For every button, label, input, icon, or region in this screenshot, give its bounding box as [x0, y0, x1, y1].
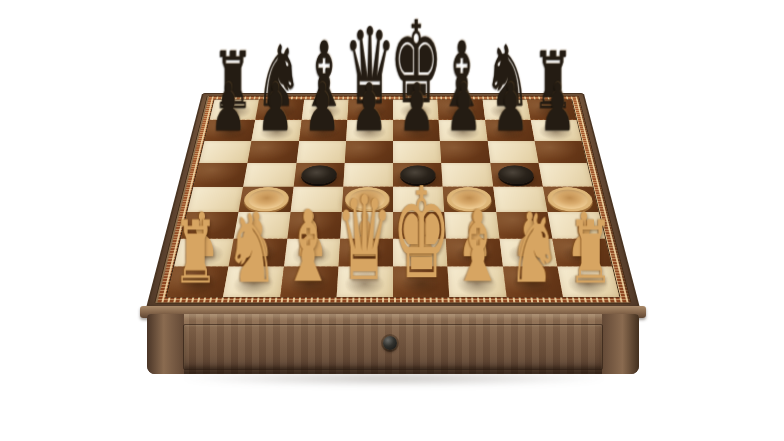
square-h4 — [543, 187, 599, 212]
square-b8: ♞ — [255, 100, 303, 120]
square-e8: ♚ — [393, 100, 439, 120]
square-f7: ♟ — [439, 120, 487, 141]
square-a5 — [193, 163, 247, 187]
piece-shadow — [228, 272, 279, 297]
piece-shadow — [303, 123, 344, 140]
piece-shadow — [397, 243, 443, 266]
square-a3 — [181, 212, 239, 239]
square-g8: ♞ — [482, 100, 530, 120]
square-d7: ♟ — [346, 120, 393, 141]
square-f8: ♝ — [438, 100, 485, 120]
piece-shadow — [397, 123, 437, 140]
square-d8: ♛ — [347, 100, 393, 120]
piece-shadow — [508, 272, 559, 297]
square-h2: ♟ — [552, 238, 612, 266]
square-g2: ♟ — [499, 238, 557, 266]
square-d2: ♟ — [338, 238, 393, 266]
piece-shadow — [284, 272, 333, 297]
board-grid: ♜♞♝♛♚♝♞♜♟♟♟♟♟♟♟♟♟♟♟♟♟♟♟♟♜♞♝♛♚♝♞♜ — [166, 99, 621, 297]
square-c6 — [296, 141, 346, 163]
piece-shadow — [208, 123, 251, 140]
piece-shadow — [341, 272, 389, 297]
dark-checker-disc — [497, 166, 535, 185]
square-b3 — [234, 212, 290, 239]
board-scene: ♜♞♝♛♚♝♞♜♟♟♟♟♟♟♟♟♟♟♟♟♟♟♟♟♜♞♝♛♚♝♞♜ — [146, 93, 640, 308]
square-g6 — [487, 141, 538, 163]
square-h6 — [534, 141, 587, 163]
square-c8: ♝ — [301, 100, 348, 120]
square-f2: ♟ — [446, 238, 502, 266]
square-e6 — [393, 141, 441, 163]
piece-shadow — [486, 103, 526, 119]
square-c2: ♟ — [284, 238, 340, 266]
square-b7: ♟ — [252, 120, 302, 141]
square-h5 — [538, 163, 592, 187]
piece-shadow — [351, 103, 389, 119]
piece-shadow — [451, 243, 498, 266]
square-d3 — [340, 212, 393, 239]
box-corner-post-right — [602, 314, 639, 374]
product-photo: ♜♞♝♛♚♝♞♜♟♟♟♟♟♟♟♟♟♟♟♟♟♟♟♟♜♞♝♛♚♝♞♜ — [0, 0, 784, 441]
floor-shadow — [176, 371, 612, 386]
piece-shadow — [233, 243, 282, 266]
square-a2: ♟ — [174, 238, 234, 266]
piece-shadow — [397, 272, 445, 297]
square-e1: ♚ — [393, 267, 450, 297]
square-g3 — [496, 212, 552, 239]
square-g7: ♟ — [485, 120, 535, 141]
square-b5 — [243, 163, 296, 187]
square-a8: ♜ — [210, 100, 259, 120]
square-e7: ♟ — [393, 120, 440, 141]
piece-shadow — [350, 123, 390, 140]
square-a4 — [187, 187, 243, 212]
square-c4 — [290, 187, 343, 212]
square-b1: ♞ — [223, 267, 283, 297]
square-d6 — [345, 141, 393, 163]
square-h1: ♜ — [557, 267, 619, 297]
chessboard: ♜♞♝♛♚♝♞♜♟♟♟♟♟♟♟♟♟♟♟♟♟♟♟♟♜♞♝♛♚♝♞♜ — [146, 93, 640, 308]
square-a6 — [199, 141, 252, 163]
square-h8: ♜ — [527, 100, 576, 120]
piece-shadow — [179, 243, 229, 266]
square-b4 — [239, 187, 293, 212]
piece-shadow — [171, 272, 223, 297]
piece-shadow — [531, 103, 572, 119]
square-d5 — [343, 163, 393, 187]
square-b6 — [248, 141, 299, 163]
square-h3 — [547, 212, 605, 239]
piece-shadow — [397, 103, 435, 119]
square-e5 — [393, 163, 443, 187]
square-g5 — [490, 163, 543, 187]
square-d1: ♛ — [336, 267, 393, 297]
piece-shadow — [305, 103, 344, 119]
piece-shadow — [288, 243, 335, 266]
square-f5 — [441, 163, 492, 187]
square-c1: ♝ — [280, 267, 338, 297]
piece-shadow — [213, 103, 254, 119]
square-h7: ♟ — [531, 120, 582, 141]
piece-shadow — [504, 243, 553, 266]
square-f6 — [440, 141, 490, 163]
piece-shadow — [563, 272, 615, 297]
square-c3 — [287, 212, 342, 239]
square-e3 — [393, 212, 446, 239]
piece-shadow — [535, 123, 578, 140]
square-b2: ♟ — [229, 238, 287, 266]
square-c7: ♟ — [299, 120, 347, 141]
dark-checker-disc — [400, 166, 436, 185]
square-c5 — [293, 163, 344, 187]
piece-shadow — [453, 272, 502, 297]
square-f3 — [444, 212, 499, 239]
piece-shadow — [256, 123, 298, 140]
square-a1: ♜ — [167, 267, 229, 297]
square-d4 — [342, 187, 393, 212]
square-a7: ♟ — [205, 120, 256, 141]
square-e2: ♟ — [393, 238, 448, 266]
piece-shadow — [259, 103, 299, 119]
box-corner-post-left — [147, 314, 184, 374]
square-g1: ♞ — [502, 267, 562, 297]
square-f1: ♝ — [448, 267, 506, 297]
piece-shadow — [441, 103, 480, 119]
piece-shadow — [443, 123, 484, 140]
dark-checker-disc — [301, 166, 338, 185]
piece-shadow — [343, 243, 389, 266]
piece-shadow — [489, 123, 531, 140]
piece-shadow — [557, 243, 607, 266]
drawer-knob — [383, 336, 397, 350]
square-g4 — [493, 187, 547, 212]
square-e4 — [393, 187, 444, 212]
square-f4 — [443, 187, 496, 212]
